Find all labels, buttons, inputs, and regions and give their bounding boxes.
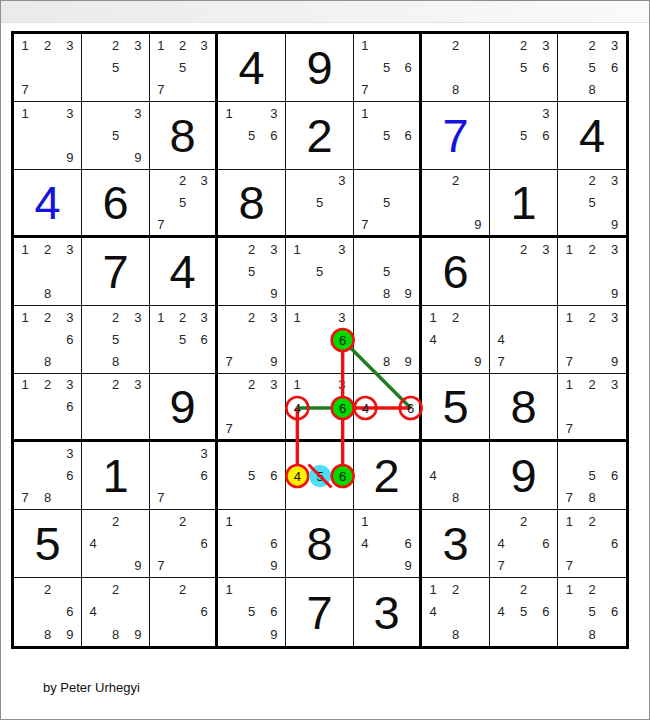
candidate-digit: 8 [444,79,466,101]
cell-r4c3[interactable]: 4 [150,238,218,306]
candidate-slot [422,170,444,192]
candidate-digit: 3 [193,442,215,464]
candidate-slot [490,56,512,78]
candidate-slot [512,102,534,124]
candidate-slot [397,374,419,396]
cell-r3c2[interactable]: 6 [82,170,150,238]
candidate-slot [535,260,557,282]
candidate-digit: 3 [263,306,285,328]
candidate-slot [376,170,398,192]
candidate-slot [82,328,104,350]
candidate-slot [150,442,172,464]
candidate-slot [172,487,194,509]
candidate-slot [240,328,262,350]
candidate-slot [422,487,444,509]
candidate-slot [172,442,194,464]
candidate-slot [397,79,419,101]
candidate-digit: 2 [512,578,534,601]
candidate-digit: 2 [240,306,262,328]
candidate-digit: 6 [535,56,557,78]
candidate-slot [218,487,240,509]
candidate-digit: 2 [581,578,604,601]
cell-r7c2[interactable]: 1 [82,442,150,510]
candidate-slot [150,464,172,486]
candidate-slot [14,328,36,350]
candidate-digit: 2 [104,578,126,601]
candidate-digit: 2 [172,306,194,328]
cell-r8c9[interactable]: 1267 [558,510,626,578]
candidate-digit: 5 [172,192,194,214]
cell-r4c2[interactable]: 7 [82,238,150,306]
cell-r5c9[interactable]: 12379 [558,306,626,374]
candidate-slot [286,192,308,214]
candidate-slot [263,260,285,282]
candidate-digit: 3 [59,442,81,464]
cell-r7c9[interactable]: 5678 [558,442,626,510]
cell-r5c5[interactable]: 136 [286,306,354,374]
candidate-grid: 2467 [490,510,557,577]
candidate-digit: 6 [535,532,557,554]
candidate-slot [14,464,36,486]
cell-r7c3[interactable]: 367 [150,442,218,510]
candidate-slot [397,306,419,328]
candidate-slot [535,555,557,577]
candidate-digit: 5 [104,328,126,350]
candidate-digit: 2 [581,238,604,260]
candidate-digit: 1 [14,374,36,396]
candidate-digit: 8 [36,351,58,373]
cell-r2c5[interactable]: 2 [286,102,354,170]
cell-r5c1[interactable]: 12368 [14,306,82,374]
candidate-digit: 2 [581,34,604,56]
candidate-slot [218,306,240,328]
candidate-slot [354,170,376,192]
candidate-slot [397,34,419,56]
candidate-slot [218,260,240,282]
cell-r1c9[interactable]: 23568 [558,34,626,102]
candidate-digit: 5 [308,192,330,214]
candidate-slot [59,124,81,146]
candidate-slot [376,417,398,439]
candidate-slot [397,417,419,439]
cell-r4c9[interactable]: 1239 [558,238,626,306]
candidate-digit: 1 [218,578,240,601]
candidate-slot [14,124,36,146]
cell-r9c6[interactable]: 3 [354,578,422,646]
cell-r6c6[interactable]: 46 [354,374,422,442]
solved-digit: 5 [14,510,81,577]
candidate-slot [308,170,330,192]
cell-r3c6[interactable]: 57 [354,170,422,238]
solved-digit: 1 [82,442,149,509]
candidate-grid: 12356 [150,306,215,373]
cell-r1c3[interactable]: 12357 [150,34,218,102]
candidate-slot [512,555,534,577]
candidate-slot [36,396,58,418]
candidate-slot [558,464,581,486]
candidate-digit: 6 [193,601,215,624]
cell-r2c7[interactable]: 7 [422,102,490,170]
candidate-digit: 9 [603,283,626,305]
candidate-slot [172,79,194,101]
cell-r7c8[interactable]: 9 [490,442,558,510]
candidate-digit: 6 [603,56,626,78]
candidate-slot [331,351,353,373]
candidate-slot [193,213,215,235]
cell-r6c1[interactable]: 1236 [14,374,82,442]
candidate-digit: 2 [104,34,126,56]
candidate-digit: 2 [172,34,194,56]
candidate-digit: 9 [603,213,626,235]
candidate-digit: 6 [193,328,215,350]
candidate-slot [82,578,104,601]
candidate-slot [490,34,512,56]
candidate-grid: 359 [82,102,149,169]
cell-r9c3[interactable]: 26 [150,578,218,646]
cell-r1c8[interactable]: 2356 [490,34,558,102]
cell-r4c4[interactable]: 2359 [218,238,286,306]
cell-r4c1[interactable]: 1238 [14,238,82,306]
cell-r9c8[interactable]: 2456 [490,578,558,646]
candidate-digit: 6 [263,464,285,486]
cell-r1c4[interactable]: 4 [218,34,286,102]
candidate-grid: 1248 [422,578,489,646]
candidate-slot [512,351,534,373]
cell-r4c5[interactable]: 135 [286,238,354,306]
candidate-grid: 2359 [558,170,626,235]
candidate-slot [467,464,489,486]
candidate-slot [308,238,330,260]
candidate-slot [467,328,489,350]
candidate-slot [263,510,285,532]
candidate-digit: 9 [397,351,419,373]
cell-r3c5[interactable]: 35 [286,170,354,238]
candidate-slot [14,351,36,373]
cell-r9c5[interactable]: 7 [286,578,354,646]
candidate-digit: 2 [581,170,604,192]
cell-r9c2[interactable]: 2489 [82,578,150,646]
cell-r7c7[interactable]: 48 [422,442,490,510]
candidate-slot [150,510,172,532]
candidate-digit: 6 [535,124,557,146]
solved-digit: 3 [422,510,489,577]
candidate-slot [150,578,172,601]
cell-r7c4[interactable]: 56 [218,442,286,510]
candidate-slot [14,623,36,646]
cell-r7c1[interactable]: 3678 [14,442,82,510]
candidate-grid: 47 [490,306,557,373]
candidate-slot [240,532,262,554]
cell-r2c9[interactable]: 4 [558,102,626,170]
candidate-slot [193,510,215,532]
candidate-digit: 1 [14,238,36,260]
candidate-digit: 5 [308,464,330,486]
candidate-slot [240,102,262,124]
cell-r4c6[interactable]: 589 [354,238,422,306]
candidate-digit: 3 [603,306,626,328]
cell-r8c3[interactable]: 267 [150,510,218,578]
cell-r9c1[interactable]: 2689 [14,578,82,646]
page: { "game": "sudoku", "credit": "by Peter … [0,0,650,720]
candidate-slot [14,56,36,78]
cell-r4c8[interactable]: 23 [490,238,558,306]
candidate-digit: 8 [376,283,398,305]
candidate-digit: 3 [331,374,353,396]
candidate-slot [127,532,149,554]
candidate-grid: 2689 [14,578,81,646]
candidate-grid: 267 [150,510,215,577]
candidate-slot [36,417,58,439]
cell-r2c1[interactable]: 139 [14,102,82,170]
candidate-slot [558,396,581,418]
candidate-slot [490,578,512,601]
candidate-digit: 2 [36,374,58,396]
candidate-grid: 12357 [150,34,215,101]
cell-r3c4[interactable]: 8 [218,170,286,238]
candidate-digit: 1 [286,238,308,260]
candidate-digit: 5 [581,464,604,486]
candidate-slot [308,283,330,305]
candidate-slot [422,34,444,56]
solved-digit: 9 [150,374,215,439]
candidate-slot [490,238,512,260]
candidate-slot [82,396,104,418]
cell-r7c6[interactable]: 2 [354,442,422,510]
candidate-grid: 28 [422,34,489,101]
candidate-slot [286,283,308,305]
cell-r9c7[interactable]: 1248 [422,578,490,646]
candidate-digit: 5 [172,328,194,350]
candidate-digit: 8 [36,623,58,646]
cell-r2c3[interactable]: 8 [150,102,218,170]
candidate-digit: 2 [512,34,534,56]
cell-r9c4[interactable]: 1569 [218,578,286,646]
candidate-grid: 48 [422,442,489,509]
candidate-digit: 3 [193,34,215,56]
cell-r5c2[interactable]: 2358 [82,306,150,374]
cell-r8c5[interactable]: 8 [286,510,354,578]
candidate-slot [376,34,398,56]
candidate-digit: 9 [397,555,419,577]
cell-r5c7[interactable]: 1249 [422,306,490,374]
cell-r6c7[interactable]: 5 [422,374,490,442]
cell-r6c8[interactable]: 8 [490,374,558,442]
candidate-digit: 7 [354,213,376,235]
candidate-slot [286,442,308,464]
candidate-slot [240,417,262,439]
cell-r2c8[interactable]: 356 [490,102,558,170]
candidate-digit: 2 [444,170,466,192]
cell-r3c7[interactable]: 29 [422,170,490,238]
candidate-slot [558,260,581,282]
cell-r6c9[interactable]: 1237 [558,374,626,442]
candidate-slot [581,260,604,282]
candidate-slot [193,623,215,646]
candidate-slot [397,238,419,260]
candidate-slot [603,442,626,464]
candidate-slot [127,510,149,532]
candidate-slot [218,374,240,396]
candidate-digit: 6 [59,464,81,486]
candidate-slot [467,442,489,464]
candidate-slot [490,79,512,101]
candidate-digit: 1 [218,510,240,532]
cell-r3c1[interactable]: 4 [14,170,82,238]
candidate-slot [59,487,81,509]
candidate-slot [193,192,215,214]
candidate-slot [82,351,104,373]
candidate-digit: 3 [127,306,149,328]
cell-r2c6[interactable]: 156 [354,102,422,170]
cell-r1c5[interactable]: 9 [286,34,354,102]
candidate-slot [535,147,557,169]
candidate-slot [558,601,581,624]
cell-r6c2[interactable]: 23 [82,374,150,442]
candidate-digit: 9 [263,555,285,577]
candidate-slot [512,283,534,305]
candidate-digit: 5 [376,124,398,146]
cell-r5c3[interactable]: 12356 [150,306,218,374]
candidate-slot [240,283,262,305]
candidate-slot [331,192,353,214]
cell-r2c4[interactable]: 1356 [218,102,286,170]
candidate-slot [263,147,285,169]
candidate-slot [82,510,104,532]
candidate-slot [467,34,489,56]
candidate-slot [240,510,262,532]
cell-r1c6[interactable]: 1567 [354,34,422,102]
candidate-digit: 1 [354,510,376,532]
candidate-slot [218,238,240,260]
candidate-slot [14,283,36,305]
candidate-slot [193,79,215,101]
candidate-slot [308,442,330,464]
candidate-slot [218,147,240,169]
candidate-grid: 2489 [82,578,149,646]
cell-r8c7[interactable]: 3 [422,510,490,578]
candidate-digit: 8 [36,487,58,509]
cell-r8c6[interactable]: 1469 [354,510,422,578]
candidate-slot [263,578,285,601]
cell-r1c1[interactable]: 1237 [14,34,82,102]
candidate-digit: 9 [397,283,419,305]
candidate-slot [467,56,489,78]
candidate-slot [150,601,172,624]
candidate-slot [376,147,398,169]
candidate-digit: 3 [59,306,81,328]
solved-digit: 1 [490,170,557,235]
candidate-digit: 6 [193,532,215,554]
candidate-slot [422,79,444,101]
candidate-slot [535,328,557,350]
candidate-digit: 1 [354,102,376,124]
candidate-digit: 6 [397,56,419,78]
cell-r7c5[interactable]: 456 [286,442,354,510]
candidate-digit: 1 [286,306,308,328]
candidate-slot [376,306,398,328]
candidate-slot [263,396,285,418]
candidate-grid: 235 [82,34,149,101]
candidate-digit: 7 [558,351,581,373]
solved-digit: 8 [490,374,557,439]
candidate-digit: 2 [36,578,58,601]
cell-r2c2[interactable]: 359 [82,102,150,170]
cell-r8c2[interactable]: 249 [82,510,150,578]
cell-r6c4[interactable]: 237 [218,374,286,442]
candidate-digit: 2 [444,306,466,328]
candidate-slot [581,417,604,439]
candidate-digit: 2 [172,510,194,532]
cell-r3c9[interactable]: 2359 [558,170,626,238]
candidate-digit: 7 [14,487,36,509]
candidate-slot [240,147,262,169]
cell-r9c9[interactable]: 12568 [558,578,626,646]
candidate-slot [59,79,81,101]
cell-r1c7[interactable]: 28 [422,34,490,102]
candidate-digit: 1 [286,374,308,396]
candidate-slot [263,417,285,439]
candidate-grid: 29 [422,170,489,235]
solved-digit: 8 [286,510,353,577]
cell-r6c5[interactable]: 1346 [286,374,354,442]
candidate-digit: 9 [127,623,149,646]
cell-r1c2[interactable]: 235 [82,34,150,102]
candidate-slot [331,487,353,509]
candidate-digit: 2 [104,374,126,396]
candidate-slot [490,623,512,646]
solved-digit: 2 [354,442,419,509]
candidate-slot [59,56,81,78]
candidate-slot [14,396,36,418]
candidate-digit: 1 [14,34,36,56]
candidate-slot [490,510,512,532]
candidate-digit: 7 [14,79,36,101]
solved-digit: 8 [150,102,215,169]
candidate-digit: 4 [490,532,512,554]
candidate-digit: 3 [127,102,149,124]
candidate-grid: 1469 [354,510,419,577]
cell-r5c8[interactable]: 47 [490,306,558,374]
cell-r6c3[interactable]: 9 [150,374,218,442]
candidate-slot [172,532,194,554]
cell-r3c8[interactable]: 1 [490,170,558,238]
candidate-slot [104,532,126,554]
candidate-digit: 9 [59,147,81,169]
candidate-digit: 2 [172,170,194,192]
candidate-digit: 5 [376,192,398,214]
cell-r3c3[interactable]: 2357 [150,170,218,238]
candidate-slot [581,328,604,350]
solved-digit: 2 [286,102,353,169]
candidate-slot [82,374,104,396]
cell-r8c1[interactable]: 5 [14,510,82,578]
candidate-digit: 9 [263,623,285,646]
candidate-digit: 5 [172,56,194,78]
cell-r4c7[interactable]: 6 [422,238,490,306]
cell-r5c4[interactable]: 2379 [218,306,286,374]
candidate-slot [558,56,581,78]
cell-r8c4[interactable]: 169 [218,510,286,578]
candidate-slot [467,623,489,646]
candidate-slot [218,442,240,464]
solved-digit: 9 [286,34,353,101]
cell-r5c6[interactable]: 89 [354,306,422,374]
candidate-slot [286,170,308,192]
candidate-slot [240,578,262,601]
candidate-slot [240,442,262,464]
cell-r8c8[interactable]: 2467 [490,510,558,578]
candidate-slot [603,623,626,646]
